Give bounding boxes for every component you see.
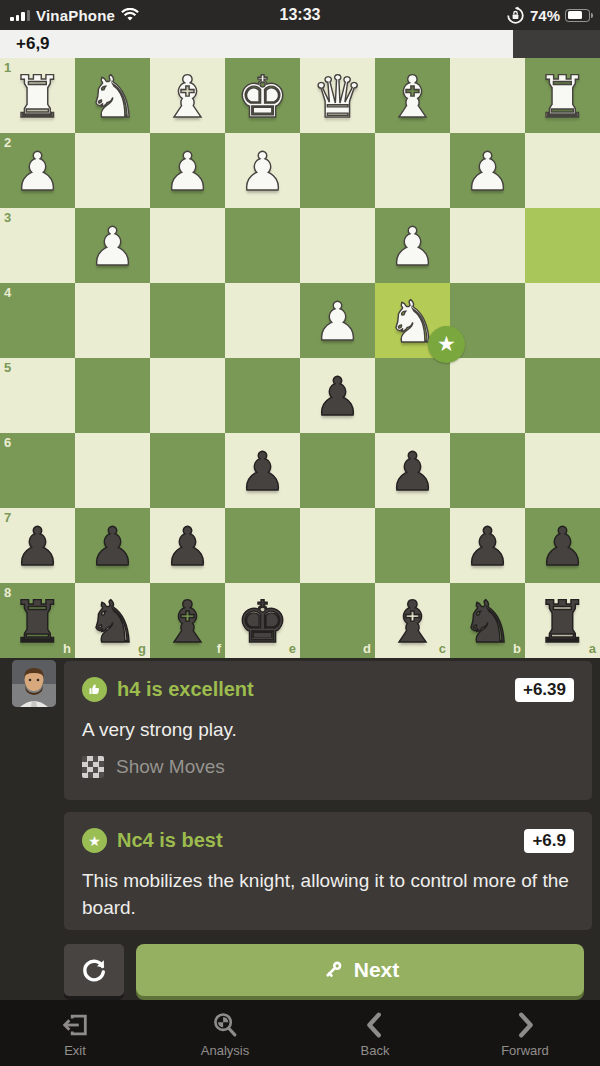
square-e2[interactable]: ♟: [225, 133, 300, 208]
best-move-star-badge: ★: [428, 326, 465, 363]
white-rook-a1[interactable]: ♜: [525, 58, 600, 133]
white-king-e1[interactable]: ♚: [225, 58, 300, 133]
black-pawn-e6[interactable]: ♟: [225, 433, 300, 508]
square-c5[interactable]: [375, 358, 450, 433]
square-f5[interactable]: [150, 358, 225, 433]
square-d5[interactable]: ♟: [300, 358, 375, 433]
square-a7[interactable]: ♟: [525, 508, 600, 583]
evaluation-white-share: +6,9: [0, 30, 513, 58]
black-pawn-a7[interactable]: ♟: [525, 508, 600, 583]
square-g4[interactable]: [75, 283, 150, 358]
square-e8[interactable]: e♚: [225, 583, 300, 658]
nav-analysis-label: Analysis: [201, 1043, 249, 1058]
square-a2[interactable]: [525, 133, 600, 208]
move-feedback-card: h4 is excellent +6.39 A very strong play…: [64, 661, 592, 800]
square-e5[interactable]: [225, 358, 300, 433]
white-pawn-e2[interactable]: ♟: [225, 133, 300, 208]
show-moves-button[interactable]: Show Moves: [82, 756, 574, 778]
square-f8[interactable]: f♝: [150, 583, 225, 658]
move-comment: A very strong play.: [82, 716, 574, 743]
square-b2[interactable]: ♟: [450, 133, 525, 208]
best-move-comment: This mobilizes the knight, allowing it t…: [82, 867, 574, 921]
white-bishop-f1[interactable]: ♝: [150, 58, 225, 133]
square-h6[interactable]: 6: [0, 433, 75, 508]
white-rook-h1[interactable]: ♜: [0, 58, 75, 133]
white-pawn-g3[interactable]: ♟: [75, 208, 150, 283]
black-bishop-c8[interactable]: ♝: [375, 583, 450, 658]
square-d4[interactable]: ♟: [300, 283, 375, 358]
square-c2[interactable]: [375, 133, 450, 208]
square-b3[interactable]: [450, 208, 525, 283]
feedback-panel: h4 is excellent +6.39 A very strong play…: [0, 658, 600, 1000]
white-queen-d1[interactable]: ♛: [300, 58, 375, 133]
square-c7[interactable]: [375, 508, 450, 583]
nav-exit-label: Exit: [64, 1043, 86, 1058]
rank-label-3: 3: [4, 210, 11, 225]
square-c6[interactable]: ♟: [375, 433, 450, 508]
nav-forward-label: Forward: [501, 1043, 549, 1058]
square-h4[interactable]: 4: [0, 283, 75, 358]
white-pawn-h2[interactable]: ♟: [0, 133, 75, 208]
square-d7[interactable]: [300, 508, 375, 583]
show-moves-label: Show Moves: [116, 756, 225, 778]
square-h7[interactable]: 7♟: [0, 508, 75, 583]
best-move-card: ★ Nc4 is best +6.9 This mobilizes the kn…: [64, 812, 592, 930]
square-a1[interactable]: ♜: [525, 58, 600, 133]
battery-icon: [565, 9, 590, 22]
square-g8[interactable]: g♞: [75, 583, 150, 658]
chevron-left-icon: [360, 1010, 390, 1040]
white-pawn-c3[interactable]: ♟: [375, 208, 450, 283]
white-knight-g1[interactable]: ♞: [75, 58, 150, 133]
move-quality-title: h4 is excellent: [117, 678, 254, 701]
square-c8[interactable]: c♝: [375, 583, 450, 658]
best-eval-badge: +6.9: [524, 829, 574, 853]
square-f4[interactable]: [150, 283, 225, 358]
square-h8[interactable]: 8h♜: [0, 583, 75, 658]
thumbs-up-icon: [82, 677, 107, 702]
chess-board[interactable]: ★ 1♜♞♝♚♛♝♜2♟♟♟♟3♟♟4♟♞5♟6♟♟7♟♟♟♟♟8h♜g♞f♝e…: [0, 58, 600, 658]
white-pawn-b2[interactable]: ♟: [450, 133, 525, 208]
black-pawn-g7[interactable]: ♟: [75, 508, 150, 583]
white-pawn-d4[interactable]: ♟: [300, 283, 375, 358]
square-b8[interactable]: b♞: [450, 583, 525, 658]
nav-forward[interactable]: Forward: [450, 1000, 600, 1066]
black-pawn-h7[interactable]: ♟: [0, 508, 75, 583]
square-b7[interactable]: ♟: [450, 508, 525, 583]
rank-label-6: 6: [4, 435, 11, 450]
white-bishop-c1[interactable]: ♝: [375, 58, 450, 133]
square-b6[interactable]: [450, 433, 525, 508]
square-f6[interactable]: [150, 433, 225, 508]
white-pawn-f2[interactable]: ♟: [150, 133, 225, 208]
black-knight-g8[interactable]: ♞: [75, 583, 150, 658]
black-king-e8[interactable]: ♚: [225, 583, 300, 658]
retry-button[interactable]: [64, 944, 124, 996]
square-e3[interactable]: [225, 208, 300, 283]
square-g1[interactable]: ♞: [75, 58, 150, 133]
bottom-nav: Exit Analysis Back Forward: [0, 1000, 600, 1066]
square-h2[interactable]: 2♟: [0, 133, 75, 208]
square-a4[interactable]: [525, 283, 600, 358]
square-g6[interactable]: [75, 433, 150, 508]
black-pawn-f7[interactable]: ♟: [150, 508, 225, 583]
square-d3[interactable]: [300, 208, 375, 283]
nav-back[interactable]: Back: [300, 1000, 450, 1066]
black-pawn-c6[interactable]: ♟: [375, 433, 450, 508]
avatar: [12, 660, 56, 707]
square-d6[interactable]: [300, 433, 375, 508]
nav-analysis[interactable]: Analysis: [150, 1000, 300, 1066]
square-a3[interactable]: [525, 208, 600, 283]
square-b1[interactable]: [450, 58, 525, 133]
square-h1[interactable]: 1♜: [0, 58, 75, 133]
square-d1[interactable]: ♛: [300, 58, 375, 133]
black-bishop-f8[interactable]: ♝: [150, 583, 225, 658]
next-button[interactable]: Next: [136, 944, 584, 996]
square-g5[interactable]: [75, 358, 150, 433]
nav-exit[interactable]: Exit: [0, 1000, 150, 1066]
square-g3[interactable]: ♟: [75, 208, 150, 283]
checkerboard-icon: [82, 756, 104, 778]
square-h3[interactable]: 3: [0, 208, 75, 283]
square-c1[interactable]: ♝: [375, 58, 450, 133]
black-pawn-d5[interactable]: ♟: [300, 358, 375, 433]
square-e1[interactable]: ♚: [225, 58, 300, 133]
square-f7[interactable]: ♟: [150, 508, 225, 583]
move-eval-badge: +6.39: [515, 678, 574, 702]
battery-percent: 74%: [530, 7, 560, 24]
square-c3[interactable]: ♟: [375, 208, 450, 283]
square-g2[interactable]: [75, 133, 150, 208]
rank-label-5: 5: [4, 360, 11, 375]
file-label-d: d: [363, 641, 371, 656]
square-d2[interactable]: [300, 133, 375, 208]
square-f3[interactable]: [150, 208, 225, 283]
next-button-label: Next: [354, 958, 400, 982]
square-g7[interactable]: ♟: [75, 508, 150, 583]
best-move-title: Nc4 is best: [117, 829, 223, 852]
square-a6[interactable]: [525, 433, 600, 508]
evaluation-value: +6,9: [0, 34, 50, 54]
star-icon: ★: [82, 828, 107, 853]
square-a5[interactable]: [525, 358, 600, 433]
square-h5[interactable]: 5: [0, 358, 75, 433]
exit-door-icon: [60, 1010, 90, 1040]
square-a8[interactable]: a♜: [525, 583, 600, 658]
key-icon: [321, 958, 345, 982]
nav-back-label: Back: [361, 1043, 390, 1058]
square-e4[interactable]: [225, 283, 300, 358]
black-knight-b8[interactable]: ♞: [450, 583, 525, 658]
black-rook-h8[interactable]: ♜: [0, 583, 75, 658]
square-f2[interactable]: ♟: [150, 133, 225, 208]
square-b5[interactable]: [450, 358, 525, 433]
black-pawn-b7[interactable]: ♟: [450, 508, 525, 583]
square-d8[interactable]: d: [300, 583, 375, 658]
square-e6[interactable]: ♟: [225, 433, 300, 508]
status-bar: VinaPhone 13:33 74%: [0, 0, 600, 30]
refresh-icon: [80, 956, 108, 984]
magnifier-analysis-icon: [210, 1010, 240, 1040]
square-e7[interactable]: [225, 508, 300, 583]
black-rook-a8[interactable]: ♜: [525, 583, 600, 658]
orientation-lock-icon: [506, 6, 525, 25]
chevron-right-icon: [510, 1010, 540, 1040]
square-f1[interactable]: ♝: [150, 58, 225, 133]
evaluation-bar: +6,9: [0, 30, 600, 58]
rank-label-4: 4: [4, 285, 11, 300]
